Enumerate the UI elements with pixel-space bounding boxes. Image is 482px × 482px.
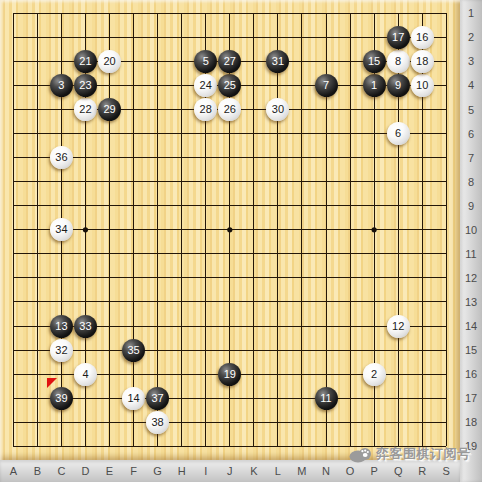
stone-move-39[interactable]: 39 [50,387,73,410]
row-label: 6 [460,127,482,141]
col-label: O [343,464,357,478]
row-label: 2 [460,30,482,44]
stone-move-28[interactable]: 28 [194,98,217,121]
row-label: 4 [460,78,482,92]
stone-move-27[interactable]: 27 [218,50,241,73]
col-label: B [30,464,44,478]
stone-move-14[interactable]: 14 [122,387,145,410]
stone-move-17[interactable]: 17 [387,26,410,49]
col-label: H [175,464,189,478]
row-label: 15 [460,343,482,357]
col-label: S [439,464,453,478]
stone-move-15[interactable]: 15 [363,50,386,73]
row-label: 19 [460,439,482,453]
stone-move-6[interactable]: 6 [387,122,410,145]
col-label: K [247,464,261,478]
stone-move-11[interactable]: 11 [315,387,338,410]
stone-move-34[interactable]: 34 [50,218,73,241]
row-label: 10 [460,223,482,237]
col-label: D [78,464,92,478]
row-label: 14 [460,319,482,333]
col-label: C [54,464,68,478]
stone-move-24[interactable]: 24 [194,74,217,97]
row-label: 5 [460,103,482,117]
stone-move-32[interactable]: 32 [50,339,73,362]
stone-move-13[interactable]: 13 [50,315,73,338]
row-label: 18 [460,415,482,429]
stone-move-35[interactable]: 35 [122,339,145,362]
row-label: 16 [460,367,482,381]
column-coordinates: ABCDEFGHIJKLMNOPQRS [0,460,460,482]
stone-move-25[interactable]: 25 [218,74,241,97]
stone-move-12[interactable]: 12 [387,315,410,338]
row-coordinates: 12345678910111213141516171819 [460,0,482,482]
col-label: N [319,464,333,478]
row-label: 3 [460,54,482,68]
stone-move-1[interactable]: 1 [363,74,386,97]
row-label: 9 [460,199,482,213]
stone-move-5[interactable]: 5 [194,50,217,73]
go-board-screen: 1234567891011121314151617181920212223242… [0,0,482,482]
row-label: 1 [460,6,482,20]
stone-move-31[interactable]: 31 [266,50,289,73]
col-label: J [223,464,237,478]
stone-move-8[interactable]: 8 [387,50,410,73]
stone-move-10[interactable]: 10 [411,74,434,97]
row-label: 7 [460,151,482,165]
stone-move-19[interactable]: 19 [218,363,241,386]
stone-move-18[interactable]: 18 [411,50,434,73]
stone-move-36[interactable]: 36 [50,146,73,169]
row-label: 8 [460,175,482,189]
stone-move-4[interactable]: 4 [74,363,97,386]
last-move-marker [47,378,57,388]
stone-move-21[interactable]: 21 [74,50,97,73]
col-label: R [415,464,429,478]
row-label: 17 [460,391,482,405]
row-label: 13 [460,295,482,309]
stone-move-9[interactable]: 9 [387,74,410,97]
row-label: 12 [460,271,482,285]
col-label: F [127,464,141,478]
col-label: L [271,464,285,478]
stone-move-23[interactable]: 23 [74,74,97,97]
stone-move-26[interactable]: 26 [218,98,241,121]
stone-move-29[interactable]: 29 [98,98,121,121]
stone-move-33[interactable]: 33 [74,315,97,338]
stones-layer: 1234567891011121314151617181920212223242… [0,0,460,460]
stone-move-20[interactable]: 20 [98,50,121,73]
col-label: P [367,464,381,478]
stone-move-30[interactable]: 30 [266,98,289,121]
stone-move-7[interactable]: 7 [315,74,338,97]
stone-move-3[interactable]: 3 [50,74,73,97]
col-label: E [103,464,117,478]
stone-move-38[interactable]: 38 [146,411,169,434]
col-label: M [295,464,309,478]
col-label: Q [391,464,405,478]
stone-move-16[interactable]: 16 [411,26,434,49]
col-label: G [151,464,165,478]
row-label: 11 [460,247,482,261]
col-label: A [6,464,20,478]
stone-move-2[interactable]: 2 [363,363,386,386]
col-label: I [199,464,213,478]
stone-move-22[interactable]: 22 [74,98,97,121]
stone-move-37[interactable]: 37 [146,387,169,410]
